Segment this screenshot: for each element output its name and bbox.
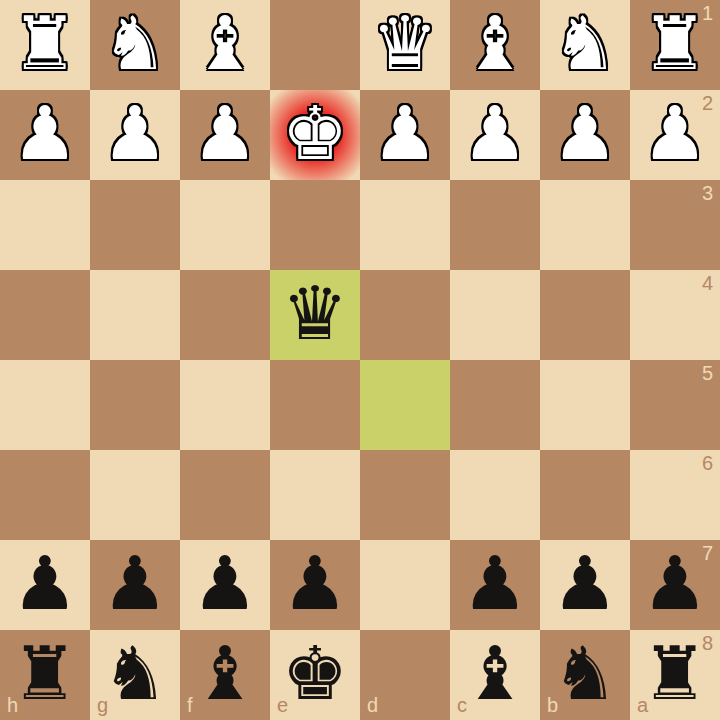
square-e1[interactable] [270,0,360,90]
square-f2[interactable]: ♟ [180,90,270,180]
square-h4[interactable] [0,270,90,360]
coord-rank-5: 5 [702,362,713,385]
square-e6[interactable] [270,450,360,540]
square-a7[interactable]: ♟7 [630,540,720,630]
square-c1[interactable]: ♝ [450,0,540,90]
square-g1[interactable]: ♞ [90,0,180,90]
square-b8[interactable]: ♞b [540,630,630,720]
coord-rank-3: 3 [702,182,713,205]
square-c3[interactable] [450,180,540,270]
white-pawn[interactable]: ♟ [450,90,540,180]
white-rook[interactable]: ♜ [0,0,90,90]
square-g8[interactable]: ♞g [90,630,180,720]
white-bishop[interactable]: ♝ [180,0,270,90]
square-g3[interactable] [90,180,180,270]
square-h6[interactable] [0,450,90,540]
square-d5[interactable] [360,360,450,450]
square-e4[interactable]: ♛ [270,270,360,360]
black-pawn[interactable]: ♟ [450,540,540,630]
square-b4[interactable] [540,270,630,360]
black-bishop[interactable]: ♝ [180,630,270,720]
square-f8[interactable]: ♝f [180,630,270,720]
coord-file-d: d [367,694,378,717]
square-d3[interactable] [360,180,450,270]
black-pawn[interactable]: ♟ [180,540,270,630]
square-c2[interactable]: ♟ [450,90,540,180]
square-d4[interactable] [360,270,450,360]
white-rook[interactable]: ♜ [630,0,720,90]
square-f6[interactable] [180,450,270,540]
square-c5[interactable] [450,360,540,450]
white-pawn[interactable]: ♟ [540,90,630,180]
square-d8[interactable]: d [360,630,450,720]
square-d7[interactable] [360,540,450,630]
square-b3[interactable] [540,180,630,270]
square-e3[interactable] [270,180,360,270]
square-e5[interactable] [270,360,360,450]
square-b1[interactable]: ♞ [540,0,630,90]
square-a8[interactable]: ♜8a [630,630,720,720]
white-bishop[interactable]: ♝ [450,0,540,90]
square-a3[interactable]: 3 [630,180,720,270]
square-a2[interactable]: ♟2 [630,90,720,180]
square-h8[interactable]: ♜h [0,630,90,720]
square-h5[interactable] [0,360,90,450]
black-pawn[interactable]: ♟ [0,540,90,630]
square-f7[interactable]: ♟ [180,540,270,630]
square-a4[interactable]: 4 [630,270,720,360]
chess-board: ♜♞♝♛♝♞♜1♟♟♟♚♟♟♟♟23♛456♟♟♟♟♟♟♟7♜h♞g♝f♚ed♝… [0,0,720,720]
square-e7[interactable]: ♟ [270,540,360,630]
square-d2[interactable]: ♟ [360,90,450,180]
square-d6[interactable] [360,450,450,540]
coord-rank-4: 4 [702,272,713,295]
square-c8[interactable]: ♝c [450,630,540,720]
black-rook[interactable]: ♜ [0,630,90,720]
square-b7[interactable]: ♟ [540,540,630,630]
square-g6[interactable] [90,450,180,540]
square-b2[interactable]: ♟ [540,90,630,180]
black-knight[interactable]: ♞ [90,630,180,720]
square-h2[interactable]: ♟ [0,90,90,180]
square-b5[interactable] [540,360,630,450]
square-g5[interactable] [90,360,180,450]
coord-rank-6: 6 [702,452,713,475]
black-knight[interactable]: ♞ [540,630,630,720]
black-king[interactable]: ♚ [270,630,360,720]
white-pawn[interactable]: ♟ [0,90,90,180]
square-d1[interactable]: ♛ [360,0,450,90]
white-pawn[interactable]: ♟ [90,90,180,180]
white-pawn[interactable]: ♟ [630,90,720,180]
black-rook[interactable]: ♜ [630,630,720,720]
board-container: ♜♞♝♛♝♞♜1♟♟♟♚♟♟♟♟23♛456♟♟♟♟♟♟♟7♜h♞g♝f♚ed♝… [0,0,720,720]
square-a5[interactable]: 5 [630,360,720,450]
white-knight[interactable]: ♞ [540,0,630,90]
white-king[interactable]: ♚ [270,90,360,180]
square-b6[interactable] [540,450,630,540]
white-queen[interactable]: ♛ [360,0,450,90]
black-pawn[interactable]: ♟ [270,540,360,630]
square-a6[interactable]: 6 [630,450,720,540]
square-f3[interactable] [180,180,270,270]
black-queen[interactable]: ♛ [270,270,360,360]
black-pawn[interactable]: ♟ [630,540,720,630]
square-f4[interactable] [180,270,270,360]
square-e8[interactable]: ♚e [270,630,360,720]
white-pawn[interactable]: ♟ [360,90,450,180]
white-pawn[interactable]: ♟ [180,90,270,180]
black-pawn[interactable]: ♟ [540,540,630,630]
white-knight[interactable]: ♞ [90,0,180,90]
square-a1[interactable]: ♜1 [630,0,720,90]
square-f5[interactable] [180,360,270,450]
square-g4[interactable] [90,270,180,360]
black-pawn[interactable]: ♟ [90,540,180,630]
square-c7[interactable]: ♟ [450,540,540,630]
black-bishop[interactable]: ♝ [450,630,540,720]
square-c4[interactable] [450,270,540,360]
square-h3[interactable] [0,180,90,270]
square-g7[interactable]: ♟ [90,540,180,630]
square-e2[interactable]: ♚ [270,90,360,180]
square-f1[interactable]: ♝ [180,0,270,90]
square-g2[interactable]: ♟ [90,90,180,180]
square-h7[interactable]: ♟ [0,540,90,630]
square-c6[interactable] [450,450,540,540]
square-h1[interactable]: ♜ [0,0,90,90]
